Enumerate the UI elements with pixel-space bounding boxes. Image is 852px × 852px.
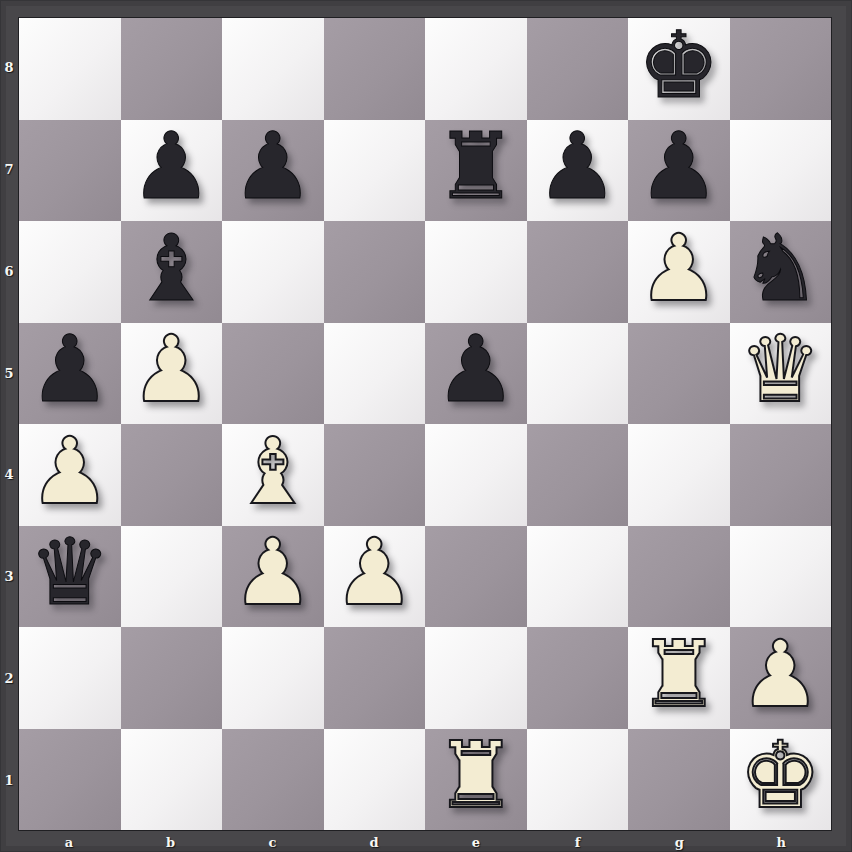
rank-label-2: 2 <box>0 628 18 730</box>
square-g2[interactable]: ♜ <box>628 627 730 729</box>
square-f1[interactable] <box>527 729 629 831</box>
square-c8[interactable] <box>222 18 324 120</box>
square-d3[interactable]: ♟ <box>324 526 426 628</box>
file-label-a: a <box>18 832 120 852</box>
file-label-d: d <box>323 832 425 852</box>
rank-label-5: 5 <box>0 322 18 424</box>
square-a3[interactable]: ♛ <box>19 526 121 628</box>
square-b2[interactable] <box>121 627 223 729</box>
square-e6[interactable] <box>425 221 527 323</box>
square-c2[interactable] <box>222 627 324 729</box>
square-h4[interactable] <box>730 424 832 526</box>
square-c5[interactable] <box>222 323 324 425</box>
square-b4[interactable] <box>121 424 223 526</box>
file-labels: abcdefgh <box>18 832 832 852</box>
square-g3[interactable] <box>628 526 730 628</box>
black-pawn-a5: ♟ <box>29 324 111 416</box>
black-king-g8: ♚ <box>638 20 720 112</box>
square-e7[interactable]: ♜ <box>425 120 527 222</box>
white-rook-g2: ♜ <box>638 629 720 721</box>
rank-label-4: 4 <box>0 424 18 526</box>
square-g7[interactable]: ♟ <box>628 120 730 222</box>
square-e5[interactable]: ♟ <box>425 323 527 425</box>
square-f5[interactable] <box>527 323 629 425</box>
white-queen-h5: ♛ <box>739 324 821 416</box>
white-pawn-c3: ♟ <box>232 527 314 619</box>
square-e3[interactable] <box>425 526 527 628</box>
white-bishop-c4: ♝ <box>232 426 314 518</box>
black-pawn-b7: ♟ <box>130 121 212 213</box>
black-bishop-b6: ♝ <box>130 223 212 315</box>
square-c4[interactable]: ♝ <box>222 424 324 526</box>
square-d1[interactable] <box>324 729 426 831</box>
board-frame: 87654321 ♚♟♟♜♟♟♝♟♞♟♟♟♛♟♝♛♟♟♜♟♜♚ abcdefgh <box>0 0 852 852</box>
square-a5[interactable]: ♟ <box>19 323 121 425</box>
black-pawn-g7: ♟ <box>638 121 720 213</box>
square-d2[interactable] <box>324 627 426 729</box>
square-f8[interactable] <box>527 18 629 120</box>
square-a6[interactable] <box>19 221 121 323</box>
square-e8[interactable] <box>425 18 527 120</box>
square-h3[interactable] <box>730 526 832 628</box>
rank-label-1: 1 <box>0 729 18 831</box>
square-c3[interactable]: ♟ <box>222 526 324 628</box>
square-a8[interactable] <box>19 18 121 120</box>
square-e4[interactable] <box>425 424 527 526</box>
black-rook-e7: ♜ <box>435 121 517 213</box>
file-label-b: b <box>120 832 222 852</box>
square-g5[interactable] <box>628 323 730 425</box>
square-b5[interactable]: ♟ <box>121 323 223 425</box>
file-label-c: c <box>222 832 324 852</box>
square-d7[interactable] <box>324 120 426 222</box>
square-h2[interactable]: ♟ <box>730 627 832 729</box>
square-g8[interactable]: ♚ <box>628 18 730 120</box>
rank-label-7: 7 <box>0 119 18 221</box>
black-pawn-c7: ♟ <box>232 121 314 213</box>
square-g4[interactable] <box>628 424 730 526</box>
square-b8[interactable] <box>121 18 223 120</box>
square-d6[interactable] <box>324 221 426 323</box>
square-f4[interactable] <box>527 424 629 526</box>
square-b1[interactable] <box>121 729 223 831</box>
square-e1[interactable]: ♜ <box>425 729 527 831</box>
square-h6[interactable]: ♞ <box>730 221 832 323</box>
square-f3[interactable] <box>527 526 629 628</box>
square-d5[interactable] <box>324 323 426 425</box>
white-pawn-a4: ♟ <box>29 426 111 518</box>
square-f2[interactable] <box>527 627 629 729</box>
square-h8[interactable] <box>730 18 832 120</box>
square-d8[interactable] <box>324 18 426 120</box>
square-c1[interactable] <box>222 729 324 831</box>
black-pawn-f7: ♟ <box>536 121 618 213</box>
square-e2[interactable] <box>425 627 527 729</box>
file-label-g: g <box>629 832 731 852</box>
square-f7[interactable]: ♟ <box>527 120 629 222</box>
square-a4[interactable]: ♟ <box>19 424 121 526</box>
white-king-h1: ♚ <box>739 730 821 822</box>
square-a1[interactable] <box>19 729 121 831</box>
square-d4[interactable] <box>324 424 426 526</box>
white-pawn-b5: ♟ <box>130 324 212 416</box>
black-knight-h6: ♞ <box>739 223 821 315</box>
rank-labels: 87654321 <box>0 17 18 831</box>
white-pawn-d3: ♟ <box>333 527 415 619</box>
square-c7[interactable]: ♟ <box>222 120 324 222</box>
file-label-h: h <box>730 832 832 852</box>
black-queen-a3: ♛ <box>29 527 111 619</box>
file-label-e: e <box>425 832 527 852</box>
white-pawn-g6: ♟ <box>638 223 720 315</box>
square-g6[interactable]: ♟ <box>628 221 730 323</box>
rank-label-3: 3 <box>0 526 18 628</box>
square-c6[interactable] <box>222 221 324 323</box>
square-b3[interactable] <box>121 526 223 628</box>
square-a2[interactable] <box>19 627 121 729</box>
black-pawn-e5: ♟ <box>435 324 517 416</box>
square-h7[interactable] <box>730 120 832 222</box>
square-f6[interactable] <box>527 221 629 323</box>
rank-label-8: 8 <box>0 17 18 119</box>
square-b6[interactable]: ♝ <box>121 221 223 323</box>
square-g1[interactable] <box>628 729 730 831</box>
square-b7[interactable]: ♟ <box>121 120 223 222</box>
square-h5[interactable]: ♛ <box>730 323 832 425</box>
square-a7[interactable] <box>19 120 121 222</box>
white-pawn-h2: ♟ <box>739 629 821 721</box>
white-rook-e1: ♜ <box>435 730 517 822</box>
chess-board: ♚♟♟♜♟♟♝♟♞♟♟♟♛♟♝♛♟♟♜♟♜♚ <box>18 17 832 831</box>
square-h1[interactable]: ♚ <box>730 729 832 831</box>
file-label-f: f <box>527 832 629 852</box>
rank-label-6: 6 <box>0 221 18 323</box>
